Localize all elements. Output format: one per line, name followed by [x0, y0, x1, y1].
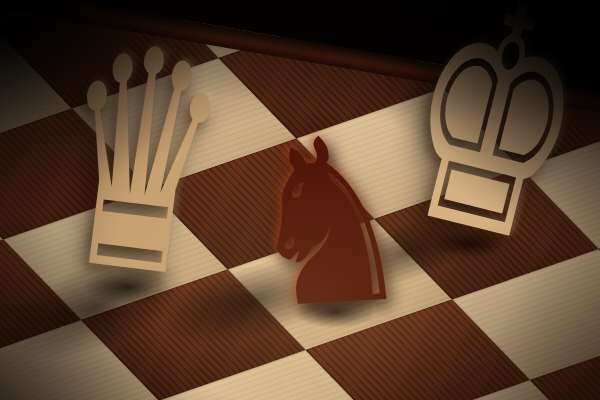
chess-photo-scene: ♛ ♞ ♚ — [0, 0, 600, 400]
